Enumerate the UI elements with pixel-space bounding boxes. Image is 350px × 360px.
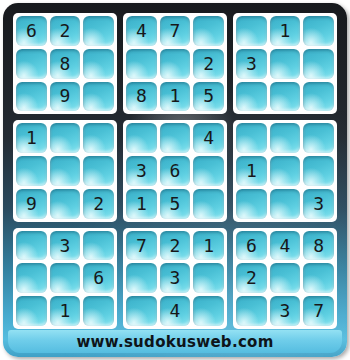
- cell-r4c6: 4: [193, 123, 224, 153]
- cell-r1c8: 1: [270, 16, 301, 46]
- cell-r2c8[interactable]: [270, 49, 301, 79]
- cell-r2c9[interactable]: [303, 49, 334, 79]
- cell-r8c6[interactable]: [193, 263, 224, 293]
- cell-r5c6[interactable]: [193, 156, 224, 186]
- cell-r8c9[interactable]: [303, 263, 334, 293]
- cell-r7c2: 3: [50, 231, 81, 261]
- cell-r5c7: 1: [236, 156, 267, 186]
- sudoku-box-5: 43615: [123, 120, 227, 221]
- cell-r4c1: 1: [16, 123, 47, 153]
- sudoku-box-6: 13: [233, 120, 337, 221]
- cell-r8c2[interactable]: [50, 263, 81, 293]
- cell-r9c6[interactable]: [193, 296, 224, 326]
- cell-r4c7[interactable]: [236, 123, 267, 153]
- cell-r7c5: 2: [160, 231, 191, 261]
- cell-r9c7[interactable]: [236, 296, 267, 326]
- cell-r4c4[interactable]: [126, 123, 157, 153]
- cell-r6c3: 2: [83, 189, 114, 219]
- cell-r2c1[interactable]: [16, 49, 47, 79]
- cell-r2c3[interactable]: [83, 49, 114, 79]
- sudoku-box-8: 72134: [123, 228, 227, 329]
- cell-r1c9[interactable]: [303, 16, 334, 46]
- cell-r3c4: 8: [126, 82, 157, 112]
- cell-r6c8[interactable]: [270, 189, 301, 219]
- sudoku-box-3: 13: [233, 13, 337, 114]
- website-url: www.sudokusweb.com: [76, 333, 273, 351]
- sudoku-box-2: 472815: [123, 13, 227, 114]
- cell-r3c8[interactable]: [270, 82, 301, 112]
- cell-r5c8[interactable]: [270, 156, 301, 186]
- cell-r6c6[interactable]: [193, 189, 224, 219]
- cell-r9c1[interactable]: [16, 296, 47, 326]
- cell-r4c5[interactable]: [160, 123, 191, 153]
- cell-r2c5[interactable]: [160, 49, 191, 79]
- cell-r2c4[interactable]: [126, 49, 157, 79]
- cell-r8c8[interactable]: [270, 263, 301, 293]
- cell-r5c4: 3: [126, 156, 157, 186]
- cell-r6c7[interactable]: [236, 189, 267, 219]
- cell-r7c9: 8: [303, 231, 334, 261]
- cell-r5c9[interactable]: [303, 156, 334, 186]
- cell-r3c3[interactable]: [83, 82, 114, 112]
- cell-r5c1[interactable]: [16, 156, 47, 186]
- cell-r6c4: 1: [126, 189, 157, 219]
- cell-r1c6[interactable]: [193, 16, 224, 46]
- cell-r7c1[interactable]: [16, 231, 47, 261]
- cell-r9c5: 4: [160, 296, 191, 326]
- cell-r4c8[interactable]: [270, 123, 301, 153]
- cell-r7c3[interactable]: [83, 231, 114, 261]
- cell-r9c9: 7: [303, 296, 334, 326]
- cell-r5c5: 6: [160, 156, 191, 186]
- cell-r9c3[interactable]: [83, 296, 114, 326]
- cell-r9c8: 3: [270, 296, 301, 326]
- footer-bar: www.sudokusweb.com: [8, 330, 342, 353]
- cell-r2c6: 2: [193, 49, 224, 79]
- cell-r9c2: 1: [50, 296, 81, 326]
- cell-r6c9: 3: [303, 189, 334, 219]
- cell-r6c5: 5: [160, 189, 191, 219]
- cell-r7c7: 6: [236, 231, 267, 261]
- cell-r1c1: 6: [16, 16, 47, 46]
- cell-r7c4: 7: [126, 231, 157, 261]
- cell-r5c2[interactable]: [50, 156, 81, 186]
- cell-r1c2: 2: [50, 16, 81, 46]
- cell-r6c1: 9: [16, 189, 47, 219]
- cell-r1c7[interactable]: [236, 16, 267, 46]
- cell-r8c5: 3: [160, 263, 191, 293]
- cell-r4c9[interactable]: [303, 123, 334, 153]
- cell-r1c4: 4: [126, 16, 157, 46]
- cell-r8c7: 2: [236, 263, 267, 293]
- cell-r8c1[interactable]: [16, 263, 47, 293]
- cell-r3c6: 5: [193, 82, 224, 112]
- cell-r1c5: 7: [160, 16, 191, 46]
- cell-r7c8: 4: [270, 231, 301, 261]
- sudoku-boxes-grid: 628947281513192436151336172134648237: [13, 13, 337, 329]
- sudoku-box-7: 361: [13, 228, 117, 329]
- sudoku-box-9: 648237: [233, 228, 337, 329]
- cell-r7c6: 1: [193, 231, 224, 261]
- cell-r3c9[interactable]: [303, 82, 334, 112]
- cell-r8c4[interactable]: [126, 263, 157, 293]
- sudoku-board: 628947281513192436151336172134648237 www…: [3, 3, 347, 357]
- cell-r5c3[interactable]: [83, 156, 114, 186]
- cell-r3c7[interactable]: [236, 82, 267, 112]
- cell-r4c2[interactable]: [50, 123, 81, 153]
- sudoku-box-1: 6289: [13, 13, 117, 114]
- cell-r1c3[interactable]: [83, 16, 114, 46]
- cell-r6c2[interactable]: [50, 189, 81, 219]
- cell-r3c2: 9: [50, 82, 81, 112]
- sudoku-box-4: 192: [13, 120, 117, 221]
- cell-r4c3[interactable]: [83, 123, 114, 153]
- cell-r2c7: 3: [236, 49, 267, 79]
- cell-r8c3: 6: [83, 263, 114, 293]
- cell-r3c5: 1: [160, 82, 191, 112]
- cell-r2c2: 8: [50, 49, 81, 79]
- cell-r3c1[interactable]: [16, 82, 47, 112]
- cell-r9c4[interactable]: [126, 296, 157, 326]
